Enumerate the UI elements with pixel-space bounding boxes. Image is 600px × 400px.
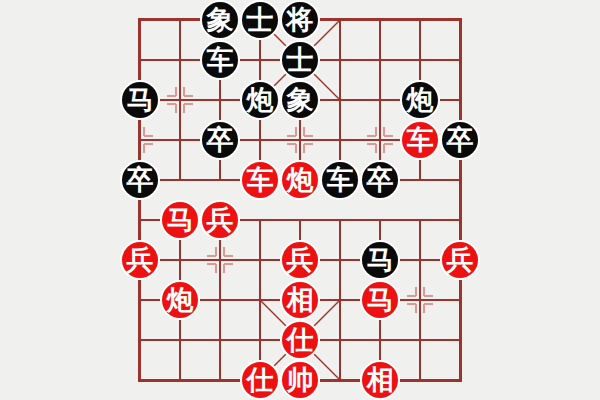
red-horse[interactable]: 马 — [160, 200, 200, 240]
black-soldier[interactable]: 卒 — [440, 120, 480, 160]
black-cannon[interactable]: 炮 — [400, 80, 440, 120]
red-cannon[interactable]: 炮 — [160, 280, 200, 320]
red-soldier[interactable]: 兵 — [200, 200, 240, 240]
red-general[interactable]: 帅 — [280, 360, 320, 400]
board-area: 象士将车士马炮象炮卒车卒卒车炮车卒马兵兵兵马兵炮相马仕仕帅相 — [0, 0, 600, 400]
red-elephant[interactable]: 相 — [360, 360, 400, 400]
black-chariot[interactable]: 车 — [320, 160, 360, 200]
black-horse[interactable]: 马 — [360, 240, 400, 280]
black-advisor[interactable]: 士 — [240, 0, 280, 40]
black-elephant[interactable]: 象 — [280, 80, 320, 120]
red-cannon[interactable]: 炮 — [280, 160, 320, 200]
red-advisor[interactable]: 仕 — [280, 320, 320, 360]
red-advisor[interactable]: 仕 — [240, 360, 280, 400]
red-soldier[interactable]: 兵 — [120, 240, 160, 280]
black-elephant[interactable]: 象 — [200, 0, 240, 40]
black-chariot[interactable]: 车 — [200, 40, 240, 80]
black-cannon[interactable]: 炮 — [240, 80, 280, 120]
red-soldier[interactable]: 兵 — [280, 240, 320, 280]
black-soldier[interactable]: 卒 — [120, 160, 160, 200]
red-elephant[interactable]: 相 — [280, 280, 320, 320]
red-chariot[interactable]: 车 — [240, 160, 280, 200]
black-soldier[interactable]: 卒 — [200, 120, 240, 160]
black-horse[interactable]: 马 — [120, 80, 160, 120]
red-horse[interactable]: 马 — [360, 280, 400, 320]
red-soldier[interactable]: 兵 — [440, 240, 480, 280]
black-general[interactable]: 将 — [280, 0, 320, 40]
black-advisor[interactable]: 士 — [280, 40, 320, 80]
red-chariot[interactable]: 车 — [400, 120, 440, 160]
black-soldier[interactable]: 卒 — [360, 160, 400, 200]
